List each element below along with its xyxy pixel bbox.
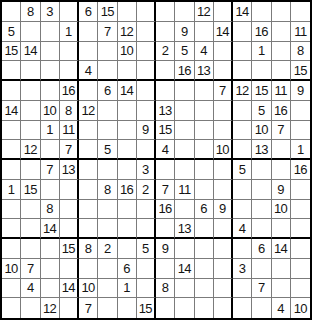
grid-cell-empty[interactable] [195,160,214,180]
grid-cell-empty[interactable] [233,121,252,141]
grid-cell-given[interactable]: 10 [2,259,21,279]
grid-cell-empty[interactable] [79,200,98,220]
grid-cell-empty[interactable] [233,61,252,81]
grid-cell-empty[interactable] [118,160,137,180]
grid-cell-empty[interactable] [98,259,117,279]
grid-cell-empty[interactable] [98,61,117,81]
grid-cell-empty[interactable] [98,160,117,180]
grid-cell-empty[interactable] [291,121,310,141]
grid-cell-empty[interactable] [98,101,117,121]
grid-cell-given[interactable]: 3 [137,160,156,180]
grid-cell-given[interactable]: 5 [2,22,21,42]
grid-cell-given[interactable]: 10 [118,42,137,62]
grid-cell-given[interactable]: 16 [60,81,79,101]
grid-cell-empty[interactable] [21,160,40,180]
grid-cell-empty[interactable] [195,219,214,239]
grid-cell-empty[interactable] [291,279,310,299]
grid-cell-empty[interactable] [137,81,156,101]
grid-cell-given[interactable]: 4 [21,279,40,299]
grid-cell-given[interactable]: 1 [60,22,79,42]
grid-cell-given[interactable]: 15 [252,81,271,101]
grid-cell-given[interactable]: 6 [195,200,214,220]
grid-cell-given[interactable]: 8 [41,200,60,220]
grid-cell-given[interactable]: 12 [41,298,60,318]
grid-cell-empty[interactable] [214,219,233,239]
grid-cell-empty[interactable] [195,81,214,101]
grid-cell-empty[interactable] [214,180,233,200]
grid-cell-empty[interactable] [291,2,310,22]
grid-cell-empty[interactable] [195,140,214,160]
grid-cell-empty[interactable] [214,101,233,121]
grid-cell-given[interactable]: 5 [233,160,252,180]
grid-cell-empty[interactable] [175,279,194,299]
grid-cell-given[interactable]: 10 [272,200,291,220]
grid-cell-empty[interactable] [291,101,310,121]
grid-cell-empty[interactable] [233,140,252,160]
grid-cell-given[interactable]: 3 [41,2,60,22]
grid-cell-empty[interactable] [175,101,194,121]
grid-cell-empty[interactable] [41,42,60,62]
grid-cell-empty[interactable] [195,121,214,141]
grid-cell-given[interactable]: 1 [252,42,271,62]
grid-cell-empty[interactable] [60,42,79,62]
grid-cell-empty[interactable] [60,259,79,279]
grid-cell-empty[interactable] [156,160,175,180]
grid-cell-given[interactable]: 16 [272,101,291,121]
grid-cell-given[interactable]: 3 [233,259,252,279]
grid-cell-empty[interactable] [21,200,40,220]
grid-cell-given[interactable]: 7 [41,160,60,180]
grid-cell-empty[interactable] [252,160,271,180]
grid-cell-given[interactable]: 1 [118,279,137,299]
grid-cell-empty[interactable] [272,279,291,299]
grid-cell-empty[interactable] [118,298,137,318]
grid-cell-given[interactable]: 6 [98,81,117,101]
grid-cell-empty[interactable] [272,22,291,42]
grid-cell-empty[interactable] [175,298,194,318]
grid-cell-given[interactable]: 11 [291,22,310,42]
grid-cell-empty[interactable] [137,219,156,239]
grid-cell-given[interactable]: 14 [272,239,291,259]
grid-cell-empty[interactable] [137,259,156,279]
grid-cell-empty[interactable] [41,140,60,160]
grid-cell-empty[interactable] [156,259,175,279]
grid-cell-empty[interactable] [2,160,21,180]
grid-cell-given[interactable]: 9 [214,200,233,220]
grid-cell-empty[interactable] [98,298,117,318]
grid-cell-empty[interactable] [60,219,79,239]
grid-cell-empty[interactable] [291,219,310,239]
grid-cell-empty[interactable] [272,259,291,279]
grid-cell-given[interactable]: 14 [60,279,79,299]
grid-cell-empty[interactable] [156,22,175,42]
grid-cell-empty[interactable] [214,61,233,81]
grid-cell-empty[interactable] [2,279,21,299]
grid-cell-empty[interactable] [21,298,40,318]
grid-cell-given[interactable]: 7 [60,140,79,160]
grid-cell-empty[interactable] [21,61,40,81]
grid-cell-given[interactable]: 7 [272,121,291,141]
grid-cell-given[interactable]: 16 [156,200,175,220]
grid-cell-empty[interactable] [233,42,252,62]
grid-cell-given[interactable]: 7 [79,298,98,318]
grid-cell-empty[interactable] [118,239,137,259]
grid-cell-empty[interactable] [98,121,117,141]
grid-cell-empty[interactable] [98,219,117,239]
grid-cell-empty[interactable] [137,22,156,42]
grid-cell-given[interactable]: 9 [175,22,194,42]
grid-cell-given[interactable]: 12 [233,81,252,101]
grid-cell-given[interactable]: 4 [233,219,252,239]
grid-cell-given[interactable]: 4 [79,61,98,81]
grid-cell-given[interactable]: 15 [21,180,40,200]
grid-cell-empty[interactable] [79,22,98,42]
grid-cell-empty[interactable] [60,61,79,81]
grid-cell-given[interactable]: 2 [156,42,175,62]
grid-cell-empty[interactable] [2,81,21,101]
grid-cell-empty[interactable] [195,239,214,259]
grid-cell-empty[interactable] [118,101,137,121]
grid-cell-empty[interactable] [137,101,156,121]
grid-cell-given[interactable]: 14 [214,22,233,42]
grid-cell-empty[interactable] [233,279,252,299]
grid-cell-given[interactable]: 10 [252,121,271,141]
grid-cell-given[interactable]: 14 [2,101,21,121]
grid-cell-given[interactable]: 5 [98,140,117,160]
grid-cell-given[interactable]: 15 [137,298,156,318]
grid-cell-empty[interactable] [233,298,252,318]
grid-cell-empty[interactable] [137,42,156,62]
grid-cell-empty[interactable] [214,42,233,62]
grid-cell-empty[interactable] [2,140,21,160]
grid-cell-empty[interactable] [272,160,291,180]
grid-cell-empty[interactable] [41,259,60,279]
grid-cell-empty[interactable] [79,140,98,160]
grid-cell-empty[interactable] [79,219,98,239]
grid-cell-empty[interactable] [60,180,79,200]
grid-cell-empty[interactable] [195,259,214,279]
grid-cell-given[interactable]: 4 [156,140,175,160]
grid-cell-given[interactable]: 5 [137,239,156,259]
grid-cell-empty[interactable] [272,42,291,62]
grid-cell-given[interactable]: 10 [41,101,60,121]
grid-cell-empty[interactable] [272,2,291,22]
grid-cell-empty[interactable] [21,239,40,259]
grid-cell-empty[interactable] [41,279,60,299]
grid-cell-given[interactable]: 16 [118,180,137,200]
grid-cell-given[interactable]: 10 [291,298,310,318]
grid-cell-given[interactable]: 13 [252,140,271,160]
grid-cell-given[interactable]: 9 [291,81,310,101]
grid-cell-given[interactable]: 13 [175,219,194,239]
grid-cell-given[interactable]: 1 [291,140,310,160]
grid-cell-given[interactable]: 15 [2,42,21,62]
grid-cell-empty[interactable] [41,239,60,259]
grid-cell-empty[interactable] [195,279,214,299]
grid-cell-empty[interactable] [2,239,21,259]
grid-cell-empty[interactable] [41,22,60,42]
grid-cell-given[interactable]: 16 [291,160,310,180]
grid-cell-given[interactable]: 15 [60,239,79,259]
grid-cell-empty[interactable] [118,61,137,81]
grid-cell-empty[interactable] [195,101,214,121]
grid-cell-empty[interactable] [272,219,291,239]
grid-cell-given[interactable]: 11 [272,81,291,101]
grid-cell-empty[interactable] [214,259,233,279]
grid-cell-given[interactable]: 16 [252,22,271,42]
grid-cell-empty[interactable] [79,160,98,180]
grid-cell-given[interactable]: 7 [252,279,271,299]
grid-cell-empty[interactable] [156,2,175,22]
grid-cell-empty[interactable] [291,180,310,200]
grid-cell-empty[interactable] [118,140,137,160]
grid-cell-empty[interactable] [291,200,310,220]
grid-cell-empty[interactable] [137,279,156,299]
grid-cell-empty[interactable] [137,2,156,22]
grid-cell-given[interactable]: 7 [214,81,233,101]
grid-cell-given[interactable]: 16 [175,61,194,81]
grid-cell-empty[interactable] [118,121,137,141]
grid-cell-given[interactable]: 13 [156,101,175,121]
sudoku-board: 8361512145171291416111514102541841613151… [0,0,312,320]
grid-cell-given[interactable]: 12 [195,2,214,22]
grid-cell-empty[interactable] [272,140,291,160]
grid-cell-given[interactable]: 6 [118,259,137,279]
grid-cell-empty[interactable] [137,200,156,220]
grid-cell-empty[interactable] [291,259,310,279]
grid-cell-empty[interactable] [233,239,252,259]
grid-cell-given[interactable]: 8 [21,2,40,22]
grid-cell-given[interactable]: 13 [60,160,79,180]
grid-cell-given[interactable]: 9 [137,121,156,141]
grid-cell-given[interactable]: 8 [291,42,310,62]
grid-cell-empty[interactable] [118,219,137,239]
grid-cell-empty[interactable] [175,2,194,22]
grid-cell-given[interactable]: 12 [21,140,40,160]
grid-cell-empty[interactable] [41,81,60,101]
grid-cell-given[interactable]: 15 [156,121,175,141]
grid-cell-given[interactable]: 1 [2,180,21,200]
grid-cell-empty[interactable] [156,298,175,318]
grid-cell-empty[interactable] [214,2,233,22]
grid-cell-given[interactable]: 9 [156,239,175,259]
grid-cell-empty[interactable] [156,61,175,81]
grid-cell-empty[interactable] [98,42,117,62]
grid-cell-empty[interactable] [2,298,21,318]
grid-cell-empty[interactable] [214,298,233,318]
grid-cell-given[interactable]: 14 [233,2,252,22]
grid-cell-given[interactable]: 11 [60,121,79,141]
grid-cell-empty[interactable] [175,81,194,101]
grid-cell-given[interactable]: 8 [156,279,175,299]
grid-cell-empty[interactable] [214,160,233,180]
grid-cell-empty[interactable] [118,2,137,22]
grid-cell-empty[interactable] [137,140,156,160]
grid-cell-empty[interactable] [252,61,271,81]
grid-cell-empty[interactable] [214,239,233,259]
grid-cell-empty[interactable] [79,42,98,62]
grid-cell-empty[interactable] [175,200,194,220]
grid-cell-empty[interactable] [2,2,21,22]
grid-cell-given[interactable]: 12 [79,101,98,121]
grid-cell-empty[interactable] [2,61,21,81]
grid-cell-empty[interactable] [272,61,291,81]
grid-cell-empty[interactable] [79,81,98,101]
grid-cell-given[interactable]: 10 [79,279,98,299]
grid-cell-empty[interactable] [21,121,40,141]
grid-cell-empty[interactable] [156,219,175,239]
grid-cell-given[interactable]: 7 [98,22,117,42]
grid-cell-empty[interactable] [233,22,252,42]
grid-cell-empty[interactable] [2,219,21,239]
grid-cell-empty[interactable] [21,22,40,42]
grid-cell-empty[interactable] [214,279,233,299]
grid-cell-given[interactable]: 4 [272,298,291,318]
grid-cell-empty[interactable] [41,61,60,81]
sudoku-board-container: 8361512145171291416111514102541841613151… [0,0,312,320]
grid-cell-given[interactable]: 2 [98,239,117,259]
grid-cell-given[interactable]: 8 [79,239,98,259]
grid-cell-empty[interactable] [41,180,60,200]
grid-cell-given[interactable]: 5 [252,101,271,121]
grid-cell-given[interactable]: 2 [137,180,156,200]
grid-cell-empty[interactable] [98,200,117,220]
grid-cell-given[interactable]: 10 [214,140,233,160]
grid-cell-given[interactable]: 14 [118,81,137,101]
grid-cell-given[interactable]: 13 [195,61,214,81]
grid-cell-empty[interactable] [252,298,271,318]
grid-cell-given[interactable]: 6 [252,239,271,259]
grid-cell-empty[interactable] [98,279,117,299]
grid-cell-empty[interactable] [233,180,252,200]
grid-cell-empty[interactable] [21,219,40,239]
grid-cell-empty[interactable] [175,160,194,180]
grid-cell-empty[interactable] [118,200,137,220]
grid-cell-given[interactable]: 15 [291,61,310,81]
grid-cell-given[interactable]: 14 [175,259,194,279]
grid-cell-given[interactable]: 7 [21,259,40,279]
grid-cell-given[interactable]: 6 [79,2,98,22]
grid-cell-empty[interactable] [2,200,21,220]
grid-cell-empty[interactable] [137,61,156,81]
grid-cell-given[interactable]: 11 [175,180,194,200]
grid-cell-empty[interactable] [79,180,98,200]
grid-cell-given[interactable]: 1 [41,121,60,141]
grid-cell-empty[interactable] [175,239,194,259]
grid-cell-empty[interactable] [291,239,310,259]
grid-cell-empty[interactable] [175,140,194,160]
grid-cell-given[interactable]: 8 [60,101,79,121]
grid-cell-given[interactable]: 8 [98,180,117,200]
grid-cell-empty[interactable] [60,2,79,22]
grid-cell-empty[interactable] [195,22,214,42]
grid-cell-empty[interactable] [252,180,271,200]
grid-cell-empty[interactable] [79,259,98,279]
grid-cell-empty[interactable] [21,81,40,101]
grid-cell-empty[interactable] [21,101,40,121]
grid-cell-empty[interactable] [156,81,175,101]
grid-cell-empty[interactable] [252,259,271,279]
grid-cell-given[interactable]: 7 [156,180,175,200]
grid-cell-empty[interactable] [252,2,271,22]
grid-cell-empty[interactable] [214,121,233,141]
grid-cell-empty[interactable] [175,121,194,141]
grid-cell-empty[interactable] [2,121,21,141]
grid-cell-empty[interactable] [60,200,79,220]
grid-cell-empty[interactable] [233,200,252,220]
grid-cell-given[interactable]: 12 [118,22,137,42]
grid-cell-empty[interactable] [195,180,214,200]
grid-cell-given[interactable]: 4 [195,42,214,62]
grid-cell-given[interactable]: 14 [21,42,40,62]
grid-cell-given[interactable]: 14 [41,219,60,239]
grid-cell-empty[interactable] [233,101,252,121]
grid-cell-empty[interactable] [79,121,98,141]
grid-cell-empty[interactable] [252,219,271,239]
grid-cell-empty[interactable] [252,200,271,220]
grid-cell-given[interactable]: 5 [175,42,194,62]
grid-cell-given[interactable]: 15 [98,2,117,22]
grid-cell-empty[interactable] [60,298,79,318]
grid-cell-given[interactable]: 9 [272,180,291,200]
grid-cell-empty[interactable] [195,298,214,318]
